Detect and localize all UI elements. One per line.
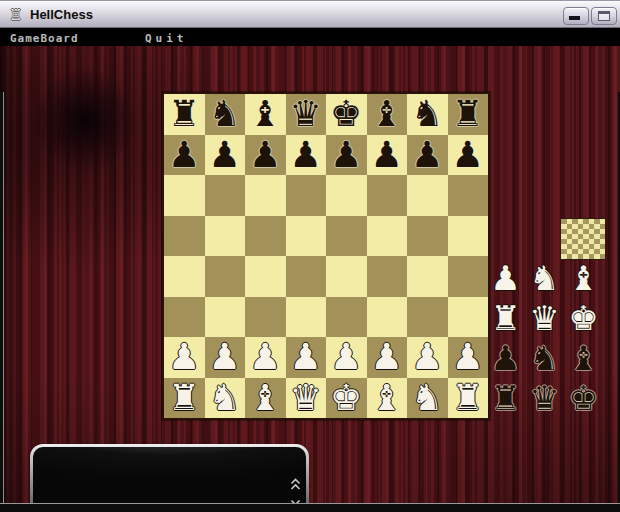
square-a8[interactable]: ♜ — [164, 94, 205, 135]
piece-white-pawn[interactable]: ♟ — [168, 339, 200, 375]
piece-white-bishop[interactable]: ♝ — [371, 380, 403, 416]
piece-white-pawn[interactable]: ♟ — [411, 339, 443, 375]
palette-cell[interactable]: ♛ — [525, 298, 564, 338]
piece-black-queen[interactable]: ♛ — [290, 96, 322, 132]
piece-white-bishop[interactable]: ♝ — [249, 380, 281, 416]
square-h1[interactable]: ♜ — [448, 378, 489, 419]
palette-piece-black-knight[interactable]: ♞ — [529, 341, 559, 375]
maximize-button[interactable] — [591, 7, 617, 25]
square-h7[interactable]: ♟ — [448, 135, 489, 176]
square-h3[interactable] — [448, 297, 489, 338]
square-c6[interactable] — [245, 175, 286, 216]
palette-piece-white-rook[interactable]: ♜ — [490, 301, 520, 335]
piece-white-rook[interactable]: ♜ — [452, 380, 484, 416]
square-f1[interactable]: ♝ — [367, 378, 408, 419]
square-f3[interactable] — [367, 297, 408, 338]
palette-piece-black-bishop[interactable]: ♝ — [568, 341, 598, 375]
maximize-icon — [598, 11, 610, 21]
palette-cell[interactable]: ♞ — [525, 258, 564, 298]
square-d4[interactable] — [286, 256, 327, 297]
square-b3[interactable] — [205, 297, 246, 338]
square-g6[interactable] — [407, 175, 448, 216]
chess-board-frame: ♜♞♝♛♚♝♞♜♟♟♟♟♟♟♟♟♟♟♟♟♟♟♟♟♜♞♝♛♚♝♞♜ — [162, 92, 490, 420]
piece-white-king[interactable]: ♚ — [330, 380, 362, 416]
square-c5[interactable] — [245, 216, 286, 257]
square-c2[interactable]: ♟ — [245, 337, 286, 378]
palette-cell[interactable]: ♟ — [486, 258, 525, 298]
piece-black-rook[interactable]: ♜ — [168, 96, 200, 132]
palette-cell[interactable]: ♞ — [525, 338, 564, 378]
square-h2[interactable]: ♟ — [448, 337, 489, 378]
palette-piece-black-rook[interactable]: ♜ — [490, 381, 520, 415]
square-d1[interactable]: ♛ — [286, 378, 327, 419]
square-f4[interactable] — [367, 256, 408, 297]
square-g5[interactable] — [407, 216, 448, 257]
square-a5[interactable] — [164, 216, 205, 257]
piece-white-queen[interactable]: ♛ — [290, 380, 322, 416]
square-a6[interactable] — [164, 175, 205, 216]
window-frame-bottom — [0, 504, 620, 512]
square-e3[interactable] — [326, 297, 367, 338]
mini-board-icon[interactable] — [560, 218, 606, 260]
square-c1[interactable]: ♝ — [245, 378, 286, 419]
piece-black-knight[interactable]: ♞ — [209, 96, 241, 132]
square-b7[interactable]: ♟ — [205, 135, 246, 176]
palette-piece-white-king[interactable]: ♚ — [568, 301, 598, 335]
piece-white-knight[interactable]: ♞ — [209, 380, 241, 416]
square-a4[interactable] — [164, 256, 205, 297]
square-e8[interactable]: ♚ — [326, 94, 367, 135]
piece-white-pawn[interactable]: ♟ — [452, 339, 484, 375]
square-g8[interactable]: ♞ — [407, 94, 448, 135]
palette-cell[interactable]: ♛ — [525, 378, 564, 418]
square-c8[interactable]: ♝ — [245, 94, 286, 135]
palette-cell[interactable]: ♚ — [564, 298, 603, 338]
square-f6[interactable] — [367, 175, 408, 216]
square-e7[interactable]: ♟ — [326, 135, 367, 176]
square-d7[interactable]: ♟ — [286, 135, 327, 176]
palette-piece-black-pawn[interactable]: ♟ — [490, 341, 520, 375]
piece-black-bishop[interactable]: ♝ — [249, 96, 281, 132]
palette-piece-white-bishop[interactable]: ♝ — [568, 261, 598, 295]
square-b1[interactable]: ♞ — [205, 378, 246, 419]
piece-black-pawn[interactable]: ♟ — [209, 137, 241, 173]
square-h6[interactable] — [448, 175, 489, 216]
palette-cell[interactable]: ♝ — [564, 258, 603, 298]
square-e1[interactable]: ♚ — [326, 378, 367, 419]
palette-cell[interactable]: ♜ — [486, 378, 525, 418]
window-frame-bottom-highlight — [0, 503, 620, 504]
piece-black-pawn[interactable]: ♟ — [371, 137, 403, 173]
square-g2[interactable]: ♟ — [407, 337, 448, 378]
square-b2[interactable]: ♟ — [205, 337, 246, 378]
square-g7[interactable]: ♟ — [407, 135, 448, 176]
square-a2[interactable]: ♟ — [164, 337, 205, 378]
square-c7[interactable]: ♟ — [245, 135, 286, 176]
piece-white-knight[interactable]: ♞ — [411, 380, 443, 416]
square-e5[interactable] — [326, 216, 367, 257]
app-chess-piece-icon[interactable]: ♖ — [9, 6, 22, 23]
piece-black-pawn[interactable]: ♟ — [411, 137, 443, 173]
square-b4[interactable] — [205, 256, 246, 297]
menu-item-gameboard[interactable]: GameBoard — [10, 32, 79, 45]
square-f8[interactable]: ♝ — [367, 94, 408, 135]
square-d5[interactable] — [286, 216, 327, 257]
square-d2[interactable]: ♟ — [286, 337, 327, 378]
palette-cell[interactable]: ♜ — [486, 298, 525, 338]
piece-black-pawn[interactable]: ♟ — [168, 137, 200, 173]
piece-black-pawn[interactable]: ♟ — [249, 137, 281, 173]
title-bar: ♖ HellChess — [0, 0, 620, 28]
hellchess-window: ♖ HellChess GameBoard Quit ♜♞♝♛♚♝♞♜♟♟♟♟♟… — [0, 0, 620, 512]
palette-cell[interactable]: ♝ — [564, 338, 603, 378]
square-c4[interactable] — [245, 256, 286, 297]
square-a3[interactable] — [164, 297, 205, 338]
square-a1[interactable]: ♜ — [164, 378, 205, 419]
square-b8[interactable]: ♞ — [205, 94, 246, 135]
square-f5[interactable] — [367, 216, 408, 257]
piece-black-knight[interactable]: ♞ — [411, 96, 443, 132]
window-frame-left-highlight — [3, 92, 4, 512]
piece-white-pawn[interactable]: ♟ — [330, 339, 362, 375]
square-d6[interactable] — [286, 175, 327, 216]
square-b5[interactable] — [205, 216, 246, 257]
square-d3[interactable] — [286, 297, 327, 338]
piece-black-pawn[interactable]: ♟ — [290, 137, 322, 173]
piece-white-pawn[interactable]: ♟ — [371, 339, 403, 375]
piece-black-pawn[interactable]: ♟ — [452, 137, 484, 173]
scroll-up-icon[interactable] — [290, 477, 301, 495]
square-g3[interactable] — [407, 297, 448, 338]
square-d8[interactable]: ♛ — [286, 94, 327, 135]
piece-white-pawn[interactable]: ♟ — [290, 339, 322, 375]
palette-cell[interactable]: ♚ — [564, 378, 603, 418]
square-f2[interactable]: ♟ — [367, 337, 408, 378]
piece-white-pawn[interactable]: ♟ — [249, 339, 281, 375]
chess-board[interactable]: ♜♞♝♛♚♝♞♜♟♟♟♟♟♟♟♟♟♟♟♟♟♟♟♟♜♞♝♛♚♝♞♜ — [164, 94, 488, 418]
palette-piece-black-king[interactable]: ♚ — [568, 381, 598, 415]
square-e6[interactable] — [326, 175, 367, 216]
piece-black-pawn[interactable]: ♟ — [330, 137, 362, 173]
minimize-icon — [569, 16, 580, 20]
piece-black-king[interactable]: ♚ — [330, 96, 362, 132]
square-b6[interactable] — [205, 175, 246, 216]
palette-cell[interactable]: ♟ — [486, 338, 525, 378]
chat-widget: chat — [30, 444, 309, 512]
piece-white-rook[interactable]: ♜ — [168, 380, 200, 416]
minimize-button[interactable] — [563, 7, 589, 25]
square-f7[interactable]: ♟ — [367, 135, 408, 176]
window-title: HellChess — [30, 7, 93, 22]
square-h4[interactable] — [448, 256, 489, 297]
wood-background: ♜♞♝♛♚♝♞♜♟♟♟♟♟♟♟♟♟♟♟♟♟♟♟♟♜♞♝♛♚♝♞♜ ♟♞♝♜♛♚♟… — [0, 46, 620, 512]
palette-piece-black-queen[interactable]: ♛ — [529, 381, 559, 415]
square-h8[interactable]: ♜ — [448, 94, 489, 135]
menu-bar: GameBoard Quit — [0, 29, 620, 46]
square-c3[interactable] — [245, 297, 286, 338]
menu-item-quit[interactable]: Quit — [145, 32, 188, 45]
palette-piece-white-pawn[interactable]: ♟ — [490, 261, 520, 295]
square-e2[interactable]: ♟ — [326, 337, 367, 378]
square-g4[interactable] — [407, 256, 448, 297]
palette-piece-white-queen[interactable]: ♛ — [529, 301, 559, 335]
piece-white-pawn[interactable]: ♟ — [209, 339, 241, 375]
piece-black-rook[interactable]: ♜ — [452, 96, 484, 132]
piece-palette[interactable]: ♟♞♝♜♛♚♟♞♝♜♛♚ — [486, 258, 603, 418]
square-e4[interactable] — [326, 256, 367, 297]
square-h5[interactable] — [448, 216, 489, 257]
palette-piece-white-knight[interactable]: ♞ — [529, 261, 559, 295]
square-g1[interactable]: ♞ — [407, 378, 448, 419]
square-a7[interactable]: ♟ — [164, 135, 205, 176]
piece-black-bishop[interactable]: ♝ — [371, 96, 403, 132]
